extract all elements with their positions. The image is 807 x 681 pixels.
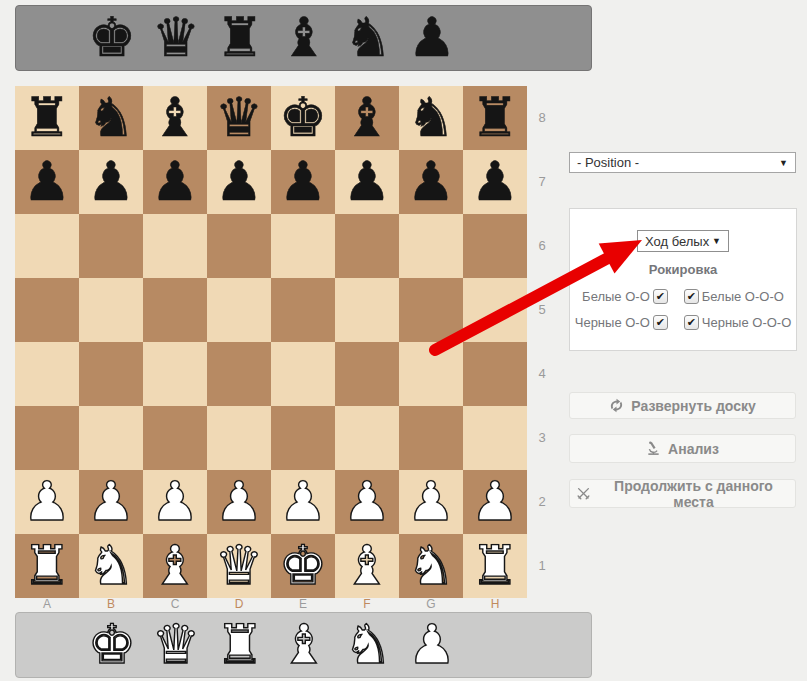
black-oo-label: Черные O-O: [575, 315, 650, 330]
turn-select[interactable]: Ход белых ▼: [637, 230, 729, 252]
square-h6[interactable]: [463, 214, 527, 278]
tray-cell: ♝: [272, 613, 336, 677]
tray-cell: ♚: [80, 6, 144, 70]
black-pawn[interactable]: ♟: [143, 150, 207, 213]
black-king[interactable]: ♚: [271, 86, 335, 149]
white-pawn[interactable]: ♟: [207, 470, 271, 533]
square-b6[interactable]: [79, 214, 143, 278]
white-knight[interactable]: ♞: [399, 534, 463, 597]
turn-select-value: Ход белых: [645, 234, 709, 249]
position-select-value: - Position -: [577, 155, 639, 170]
black-pawn[interactable]: ♟: [271, 150, 335, 213]
white-queen[interactable]: ♛: [207, 534, 271, 597]
chevron-down-icon: ▼: [779, 158, 788, 168]
white-bishop[interactable]: ♝: [335, 534, 399, 597]
rank-label-6: 6: [532, 214, 552, 278]
square-f7[interactable]: ♟: [335, 150, 399, 214]
square-a7[interactable]: ♟: [15, 150, 79, 214]
square-d6[interactable]: [207, 214, 271, 278]
rank-label-7: 7: [532, 150, 552, 214]
square-b1[interactable]: ♞: [79, 534, 143, 598]
black-knight[interactable]: ♞: [336, 6, 400, 69]
tray-cell: ♝: [272, 6, 336, 70]
file-label-h: H: [463, 597, 527, 612]
tray-cell: ♞: [336, 613, 400, 677]
analysis-label: Анализ: [668, 441, 719, 457]
file-label-g: G: [399, 597, 463, 612]
square-h3[interactable]: [463, 406, 527, 470]
white-ooo-label: Белые O-O-O: [702, 289, 784, 304]
white-ooo-checkbox[interactable]: [684, 289, 699, 304]
white-pawn[interactable]: ♟: [400, 613, 464, 676]
black-knight[interactable]: ♞: [79, 86, 143, 149]
white-rook[interactable]: ♜: [15, 534, 79, 597]
tray-cell: ♛: [144, 6, 208, 70]
square-a1[interactable]: ♜: [15, 534, 79, 598]
square-d1[interactable]: ♛: [207, 534, 271, 598]
square-e2[interactable]: ♟: [271, 470, 335, 534]
square-a4[interactable]: [15, 342, 79, 406]
tray-cell: ♟: [400, 613, 464, 677]
square-g6[interactable]: [399, 214, 463, 278]
black-bishop[interactable]: ♝: [143, 86, 207, 149]
continue-from-here-button[interactable]: Продолжить с данного места: [569, 479, 796, 508]
black-oo-checkbox[interactable]: [653, 315, 668, 330]
file-label-f: F: [335, 597, 399, 612]
white-queen[interactable]: ♛: [144, 613, 208, 676]
square-f6[interactable]: [335, 214, 399, 278]
rank-label-1: 1: [532, 534, 552, 598]
tray-cell: ♜: [208, 6, 272, 70]
black-rook[interactable]: ♜: [15, 86, 79, 149]
square-e1[interactable]: ♚: [271, 534, 335, 598]
rank-label-8: 8: [532, 86, 552, 150]
black-rook[interactable]: ♜: [208, 6, 272, 69]
square-h8[interactable]: ♜: [463, 86, 527, 150]
black-bishop[interactable]: ♝: [272, 6, 336, 69]
black-pawn[interactable]: ♟: [399, 150, 463, 213]
white-king[interactable]: ♚: [271, 534, 335, 597]
white-oo-label: Белые O-O: [582, 289, 650, 304]
white-oo-checkbox[interactable]: [653, 289, 668, 304]
continue-from-here-label: Продолжить с данного места: [598, 478, 789, 510]
black-knight[interactable]: ♞: [399, 86, 463, 149]
square-g8[interactable]: ♞: [399, 86, 463, 150]
square-a6[interactable]: [15, 214, 79, 278]
black-king[interactable]: ♚: [80, 6, 144, 69]
rank-labels: 87654321: [532, 86, 552, 598]
square-e6[interactable]: [271, 214, 335, 278]
white-knight[interactable]: ♞: [79, 534, 143, 597]
white-pawn[interactable]: ♟: [143, 470, 207, 533]
castling-row-black: Черные O-O Черные O-O-O: [569, 313, 797, 331]
chess-board: ♜♞♝♛♚♝♞♜♟♟♟♟♟♟♟♟♟♟♟♟♟♟♟♟♜♞♝♛♚♝♞♜: [15, 86, 527, 598]
square-g1[interactable]: ♞: [399, 534, 463, 598]
square-h1[interactable]: ♜: [463, 534, 527, 598]
square-d8[interactable]: ♛: [207, 86, 271, 150]
analysis-button[interactable]: Анализ: [569, 434, 796, 463]
square-d4[interactable]: [207, 342, 271, 406]
square-g7[interactable]: ♟: [399, 150, 463, 214]
square-f8[interactable]: ♝: [335, 86, 399, 150]
flip-board-label: Развернуть доску: [631, 398, 755, 414]
square-c3[interactable]: [143, 406, 207, 470]
square-g2[interactable]: ♟: [399, 470, 463, 534]
chevron-down-icon: ▼: [712, 236, 721, 246]
file-labels: ABCDEFGH: [15, 597, 527, 612]
square-e5[interactable]: [271, 278, 335, 342]
tray-cell: ♞: [336, 6, 400, 70]
square-e3[interactable]: [271, 406, 335, 470]
black-pawn[interactable]: ♟: [79, 150, 143, 213]
black-queen[interactable]: ♛: [207, 86, 271, 149]
black-queen[interactable]: ♛: [144, 6, 208, 69]
black-pawn[interactable]: ♟: [463, 150, 527, 213]
file-label-d: D: [207, 597, 271, 612]
black-bishop[interactable]: ♝: [335, 86, 399, 149]
square-h7[interactable]: ♟: [463, 150, 527, 214]
square-f1[interactable]: ♝: [335, 534, 399, 598]
crossed-swords-icon: [576, 486, 591, 501]
castling-title: Рокировка: [569, 262, 797, 277]
square-b7[interactable]: ♟: [79, 150, 143, 214]
square-d5[interactable]: [207, 278, 271, 342]
square-b5[interactable]: [79, 278, 143, 342]
square-b8[interactable]: ♞: [79, 86, 143, 150]
file-label-b: B: [79, 597, 143, 612]
square-c2[interactable]: ♟: [143, 470, 207, 534]
square-g4[interactable]: [399, 342, 463, 406]
square-f2[interactable]: ♟: [335, 470, 399, 534]
tray-cell: ♛: [144, 613, 208, 677]
white-king[interactable]: ♚: [80, 613, 144, 676]
square-f4[interactable]: [335, 342, 399, 406]
tray-cell: ♜: [208, 613, 272, 677]
file-label-a: A: [15, 597, 79, 612]
square-h2[interactable]: ♟: [463, 470, 527, 534]
square-c5[interactable]: [143, 278, 207, 342]
square-c6[interactable]: [143, 214, 207, 278]
square-c7[interactable]: ♟: [143, 150, 207, 214]
square-d7[interactable]: ♟: [207, 150, 271, 214]
square-a2[interactable]: ♟: [15, 470, 79, 534]
square-c4[interactable]: [143, 342, 207, 406]
black-pawn[interactable]: ♟: [207, 150, 271, 213]
white-pawn[interactable]: ♟: [335, 470, 399, 533]
black-rook[interactable]: ♜: [463, 86, 527, 149]
white-piece-tray: ♚♛♜♝♞♟: [15, 612, 592, 678]
square-d2[interactable]: ♟: [207, 470, 271, 534]
square-g5[interactable]: [399, 278, 463, 342]
white-bishop[interactable]: ♝: [272, 613, 336, 676]
tray-cell: ♟: [400, 6, 464, 70]
square-b3[interactable]: [79, 406, 143, 470]
square-h5[interactable]: [463, 278, 527, 342]
square-f5[interactable]: [335, 278, 399, 342]
tray-cell: ♚: [80, 613, 144, 677]
flip-icon: [609, 398, 624, 413]
white-bishop[interactable]: ♝: [143, 534, 207, 597]
black-pawn[interactable]: ♟: [400, 6, 464, 69]
square-c8[interactable]: ♝: [143, 86, 207, 150]
rank-label-3: 3: [532, 406, 552, 470]
square-g3[interactable]: [399, 406, 463, 470]
square-b2[interactable]: ♟: [79, 470, 143, 534]
rank-label-5: 5: [532, 278, 552, 342]
black-ooo-checkbox[interactable]: [684, 315, 699, 330]
black-ooo-label: Черные O-O-O: [702, 315, 791, 330]
black-piece-tray: ♚♛♜♝♞♟: [15, 5, 592, 71]
white-pawn[interactable]: ♟: [399, 470, 463, 533]
square-b4[interactable]: [79, 342, 143, 406]
white-pawn[interactable]: ♟: [15, 470, 79, 533]
white-knight[interactable]: ♞: [336, 613, 400, 676]
square-a5[interactable]: [15, 278, 79, 342]
microscope-icon: [646, 441, 661, 456]
flip-board-button[interactable]: Развернуть доску: [569, 392, 796, 419]
square-e4[interactable]: [271, 342, 335, 406]
black-pawn[interactable]: ♟: [15, 150, 79, 213]
square-d3[interactable]: [207, 406, 271, 470]
rank-label-2: 2: [532, 470, 552, 534]
white-rook[interactable]: ♜: [208, 613, 272, 676]
square-e7[interactable]: ♟: [271, 150, 335, 214]
rank-label-4: 4: [532, 342, 552, 406]
white-pawn[interactable]: ♟: [463, 470, 527, 533]
square-e8[interactable]: ♚: [271, 86, 335, 150]
file-label-e: E: [271, 597, 335, 612]
position-select[interactable]: - Position - ▼: [569, 152, 796, 173]
black-pawn[interactable]: ♟: [335, 150, 399, 213]
square-c1[interactable]: ♝: [143, 534, 207, 598]
file-label-c: C: [143, 597, 207, 612]
white-pawn[interactable]: ♟: [271, 470, 335, 533]
square-f3[interactable]: [335, 406, 399, 470]
castling-row-white: Белые O-O Белые O-O-O: [569, 287, 797, 305]
square-a3[interactable]: [15, 406, 79, 470]
square-a8[interactable]: ♜: [15, 86, 79, 150]
square-h4[interactable]: [463, 342, 527, 406]
white-pawn[interactable]: ♟: [79, 470, 143, 533]
white-rook[interactable]: ♜: [463, 534, 527, 597]
